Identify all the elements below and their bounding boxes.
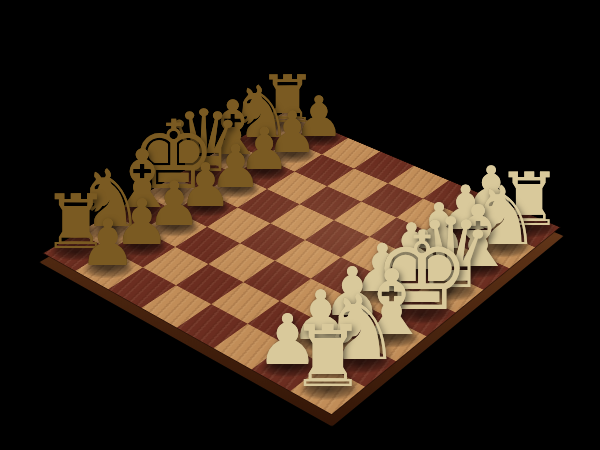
piece-white-rook-h1[interactable]: ♜: [290, 314, 366, 399]
pieces-layer: ♜♟♞♟♝♟♛♟♚♟♝♟♟♜♞♟♟♞♜♟♟♝♟♛♟♚♟♝♟♞♟♜: [0, 0, 600, 450]
piece-black-pawn-h7[interactable]: ♟: [79, 212, 136, 276]
render-canvas: 3D rendered wooden chess set in the stan…: [0, 0, 600, 450]
